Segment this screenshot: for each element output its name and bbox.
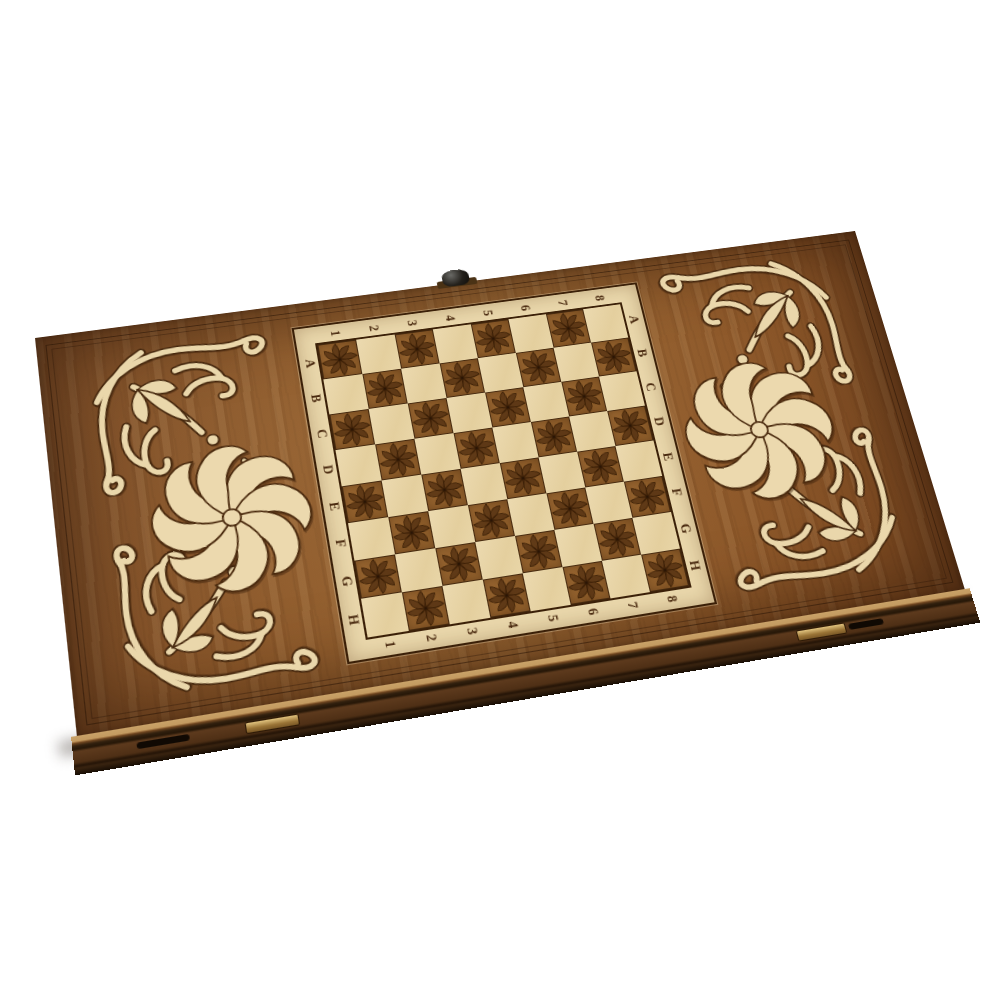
box-top-face: 12345678AABBCCDDEEFFGGHH12345678 bbox=[35, 231, 965, 737]
right-rank-label-B: B bbox=[621, 342, 663, 365]
square-E1 bbox=[342, 480, 389, 523]
pinwheel-carving-icon bbox=[547, 310, 590, 347]
square-G1 bbox=[354, 554, 401, 598]
pinwheel-carving-icon bbox=[532, 418, 576, 457]
square-B1 bbox=[323, 374, 368, 414]
square-E2 bbox=[382, 475, 429, 518]
pinwheel-carving-icon bbox=[455, 429, 499, 468]
square-F1 bbox=[348, 517, 395, 561]
frame-corner bbox=[346, 638, 371, 662]
frame-corner bbox=[616, 284, 640, 304]
square-G2 bbox=[395, 548, 442, 592]
square-D3 bbox=[414, 433, 460, 475]
right-rank-label-A: A bbox=[613, 308, 654, 330]
pinwheel-carving-icon bbox=[422, 470, 466, 510]
pinwheel-carving-icon bbox=[548, 489, 593, 529]
right-rank-label-F: F bbox=[655, 480, 698, 505]
right-rank-label-E: E bbox=[647, 445, 690, 469]
pinwheel-carving-icon bbox=[562, 378, 605, 416]
square-C2 bbox=[369, 403, 415, 444]
product-photo-stage: 12345678AABBCCDDEEFFGGHH12345678 bbox=[0, 0, 1000, 1000]
pinwheel-carving-icon bbox=[376, 440, 420, 480]
square-A3 bbox=[395, 329, 440, 368]
pinwheel-carving-icon bbox=[469, 500, 514, 541]
square-A1 bbox=[317, 340, 362, 380]
square-B3 bbox=[401, 363, 446, 403]
pinwheel-carving-icon bbox=[409, 399, 452, 438]
pinwheel-carving-icon bbox=[343, 482, 387, 522]
pinwheel-carving-icon bbox=[364, 370, 407, 408]
wooden-game-box: 12345678AABBCCDDEEFFGGHH12345678 bbox=[35, 231, 975, 774]
pinwheel-carving-icon bbox=[578, 447, 622, 486]
pinwheel-carving-icon bbox=[595, 519, 640, 560]
hinge-right-icon bbox=[796, 622, 848, 641]
square-D1 bbox=[335, 444, 381, 486]
pinwheel-carving-icon bbox=[516, 531, 561, 572]
hinge-left-icon bbox=[244, 713, 300, 734]
pinwheel-carving-icon bbox=[437, 543, 482, 585]
pinwheel-carving-icon bbox=[501, 458, 545, 498]
eternity-rosette-left-icon bbox=[141, 434, 324, 605]
square-C1 bbox=[329, 409, 375, 450]
chessboard-grid: 12345678AABBCCDDEEFFGGHH12345678 bbox=[294, 284, 715, 661]
latch-slot-icon bbox=[848, 618, 884, 630]
pinwheel-carving-icon bbox=[389, 512, 434, 553]
pinwheel-carving-icon bbox=[319, 341, 362, 379]
square-B2 bbox=[362, 369, 407, 409]
pinwheel-carving-icon bbox=[441, 359, 484, 397]
pinwheel-carving-icon bbox=[486, 388, 529, 426]
square-E3 bbox=[421, 469, 468, 511]
pinwheel-carving-icon bbox=[356, 556, 401, 598]
frame-corner bbox=[294, 327, 317, 348]
chessboard-frame: 12345678AABBCCDDEEFFGGHH12345678 bbox=[292, 282, 718, 664]
right-rank-label-D: D bbox=[638, 410, 680, 434]
square-C3 bbox=[408, 398, 454, 439]
pinwheel-carving-icon bbox=[517, 349, 560, 386]
frame-corner bbox=[689, 582, 714, 605]
right-rank-label-C: C bbox=[630, 375, 672, 398]
square-D2 bbox=[375, 439, 421, 481]
square-F2 bbox=[388, 511, 435, 554]
pinwheel-carving-icon bbox=[331, 410, 374, 449]
pinwheel-carving-icon bbox=[472, 320, 515, 357]
square-A2 bbox=[356, 335, 401, 375]
side-groove-icon bbox=[136, 734, 190, 749]
pinwheel-carving-icon bbox=[396, 330, 439, 367]
